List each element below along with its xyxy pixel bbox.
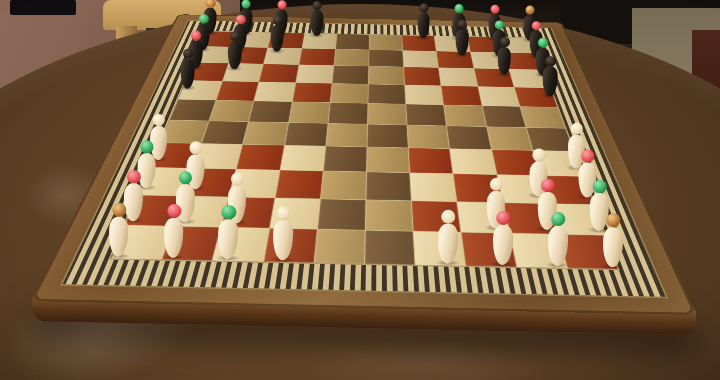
- gala-board: [30, 14, 697, 315]
- peg-head-plain: [277, 206, 291, 220]
- square-d7[interactable]: [292, 83, 331, 103]
- square-g4[interactable]: [409, 148, 453, 174]
- square-g6[interactable]: [406, 104, 446, 125]
- peg-head-green: [199, 14, 209, 24]
- square-g9[interactable]: [403, 51, 438, 68]
- peg-body: [493, 225, 513, 265]
- square-f8[interactable]: [369, 66, 405, 84]
- peg-white-h1-red[interactable]: [493, 211, 514, 265]
- square-i5[interactable]: [487, 127, 533, 150]
- square-g7[interactable]: [405, 85, 443, 105]
- peg-body: [163, 218, 183, 258]
- photo-scene: [0, 0, 720, 380]
- square-e8[interactable]: [332, 66, 368, 84]
- square-d5[interactable]: [285, 123, 328, 146]
- peg-head-plain: [273, 15, 283, 25]
- square-d4[interactable]: [280, 146, 325, 171]
- square-e7[interactable]: [330, 83, 368, 103]
- square-f4[interactable]: [367, 147, 410, 172]
- peg-black-c9-plain[interactable]: [271, 15, 285, 52]
- peg-body: [108, 217, 128, 257]
- peg-head-green: [593, 179, 607, 193]
- peg-head-red: [541, 178, 555, 192]
- square-f2[interactable]: [366, 200, 413, 231]
- peg-head-red: [167, 204, 181, 218]
- square-c6[interactable]: [249, 101, 292, 122]
- square-g5[interactable]: [407, 125, 449, 148]
- square-e5[interactable]: [326, 124, 367, 147]
- peg-head-plain: [489, 177, 503, 191]
- peg-head-red: [496, 211, 510, 225]
- square-a6[interactable]: [170, 99, 216, 120]
- square-f6[interactable]: [368, 103, 407, 124]
- peg-black-i8-plain[interactable]: [497, 37, 511, 75]
- peg-head-green: [222, 205, 236, 219]
- peg-black-d10-plain[interactable]: [310, 1, 323, 36]
- peg-white-c1-green[interactable]: [218, 205, 239, 259]
- peg-head-plain: [153, 114, 165, 126]
- peg-head-plain: [458, 19, 468, 29]
- square-e9[interactable]: [334, 49, 369, 66]
- peg-body: [602, 227, 622, 267]
- peg-head-green: [242, 0, 251, 9]
- peg-white-d1-plain[interactable]: [273, 206, 294, 260]
- peg-black-j7-plain[interactable]: [543, 56, 558, 96]
- square-h7[interactable]: [442, 86, 482, 106]
- square-d3[interactable]: [275, 170, 322, 198]
- square-g8[interactable]: [404, 67, 441, 85]
- peg-head-green: [141, 140, 154, 153]
- peg-head-plain: [231, 172, 245, 186]
- peg-head-green: [538, 38, 548, 48]
- board-perspective-wrap: [0, 0, 720, 380]
- peg-head-green: [495, 20, 505, 30]
- peg-body: [218, 219, 238, 259]
- square-h4[interactable]: [450, 149, 496, 175]
- peg-head-plain: [545, 56, 556, 67]
- peg-head-red: [277, 0, 286, 9]
- peg-white-g1-plain[interactable]: [438, 209, 459, 263]
- peg-head-plain: [230, 31, 240, 41]
- peg-head-plain: [313, 1, 322, 10]
- square-f9[interactable]: [369, 50, 403, 67]
- square-g3[interactable]: [410, 173, 456, 201]
- peg-black-a7-plain[interactable]: [180, 48, 195, 88]
- square-b6[interactable]: [210, 100, 254, 121]
- peg-white-j1-gold[interactable]: [602, 213, 623, 267]
- square-e1[interactable]: [314, 229, 364, 263]
- square-e2[interactable]: [318, 199, 366, 230]
- square-c4[interactable]: [237, 145, 284, 170]
- square-c7[interactable]: [255, 82, 296, 102]
- peg-head-red: [236, 15, 246, 25]
- square-d8[interactable]: [296, 65, 333, 83]
- square-a5[interactable]: [160, 120, 208, 143]
- peg-head-red: [532, 21, 542, 31]
- peg-head-red: [191, 30, 201, 40]
- peg-head-red: [581, 149, 594, 162]
- peg-head-plain: [183, 48, 194, 59]
- square-f10[interactable]: [369, 35, 402, 51]
- square-e6[interactable]: [328, 103, 367, 124]
- square-f1[interactable]: [365, 230, 415, 264]
- peg-body: [547, 226, 567, 266]
- peg-head-gold: [606, 213, 620, 227]
- square-e10[interactable]: [336, 34, 369, 50]
- peg-black-b8-plain[interactable]: [227, 31, 241, 69]
- peg-body: [273, 220, 293, 260]
- peg-head-plain: [419, 3, 428, 12]
- square-b5[interactable]: [202, 121, 248, 144]
- square-i6[interactable]: [482, 106, 525, 127]
- square-b7[interactable]: [217, 81, 259, 101]
- square-f7[interactable]: [368, 84, 405, 104]
- peg-head-plain: [571, 122, 583, 134]
- square-f3[interactable]: [366, 172, 411, 200]
- square-i7[interactable]: [478, 86, 519, 106]
- square-c5[interactable]: [243, 122, 288, 145]
- peg-head-gold: [206, 0, 215, 8]
- square-e4[interactable]: [324, 146, 367, 171]
- square-f5[interactable]: [367, 124, 408, 147]
- peg-head-plain: [532, 148, 545, 161]
- square-h8[interactable]: [439, 68, 477, 86]
- square-h5[interactable]: [447, 126, 491, 149]
- peg-head-red: [127, 170, 141, 184]
- square-h6[interactable]: [444, 105, 486, 126]
- peg-head-gold: [112, 203, 126, 217]
- peg-white-i1-green[interactable]: [547, 212, 568, 266]
- peg-white-a1-gold[interactable]: [108, 203, 129, 257]
- board-frame: [30, 14, 697, 315]
- peg-head-green: [179, 171, 193, 185]
- peg-black-h9-plain[interactable]: [455, 19, 469, 56]
- peg-head-red: [490, 5, 499, 14]
- peg-head-green: [551, 212, 565, 226]
- peg-body: [438, 224, 458, 264]
- square-d6[interactable]: [289, 102, 330, 123]
- square-e3[interactable]: [321, 171, 366, 199]
- peg-head-gold: [526, 5, 535, 14]
- square-d9[interactable]: [299, 49, 335, 66]
- peg-white-b1-red[interactable]: [163, 204, 184, 258]
- square-j6[interactable]: [520, 107, 565, 128]
- peg-head-plain: [190, 141, 203, 154]
- peg-head-plain: [500, 37, 510, 47]
- square-c8[interactable]: [259, 64, 298, 82]
- peg-head-green: [455, 4, 464, 13]
- peg-black-g10-plain[interactable]: [417, 3, 430, 38]
- peg-head-plain: [441, 210, 455, 224]
